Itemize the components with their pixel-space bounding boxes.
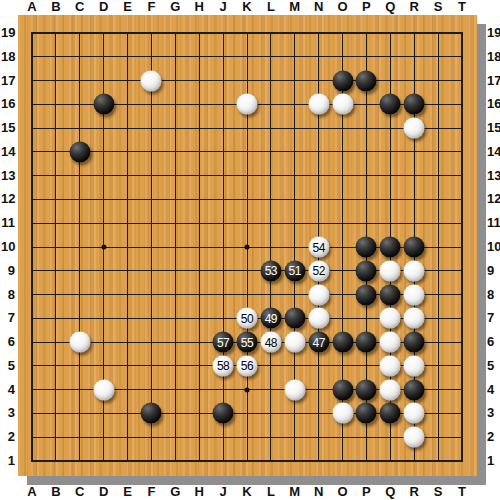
coord-label-top-P: P	[356, 0, 376, 14]
stone-black-R6[interactable]	[404, 332, 425, 353]
coord-label-bottom-S: S	[428, 485, 448, 499]
move-number-label: 51	[289, 265, 301, 277]
stone-black-O6[interactable]	[332, 332, 353, 353]
coord-label-left-13: 13	[1, 169, 15, 183]
coord-label-left-8: 8	[1, 288, 15, 302]
stone-white-Q4[interactable]	[380, 379, 401, 400]
coord-label-left-10: 10	[1, 240, 15, 254]
stone-white-R8[interactable]	[404, 284, 425, 305]
stone-white-D4[interactable]	[93, 379, 114, 400]
move-number-label: 57	[217, 336, 229, 348]
coord-label-right-17: 17	[487, 74, 500, 88]
coord-label-right-13: 13	[487, 169, 500, 183]
stone-white-K5[interactable]: 56	[237, 355, 258, 376]
stone-white-Q6[interactable]	[380, 332, 401, 353]
star-point-K4	[245, 387, 250, 392]
coord-label-right-11: 11	[487, 216, 500, 230]
stone-black-F3[interactable]	[141, 403, 162, 424]
coord-label-left-16: 16	[1, 97, 15, 111]
stone-white-N10[interactable]: 54	[308, 237, 329, 258]
coord-label-top-B: B	[46, 0, 66, 14]
grid-line-vertical	[461, 32, 463, 462]
stone-white-C6[interactable]	[69, 332, 90, 353]
move-number-label: 53	[265, 265, 277, 277]
coord-label-bottom-N: N	[309, 485, 329, 499]
stone-black-P10[interactable]	[356, 237, 377, 258]
stone-black-P3[interactable]	[356, 403, 377, 424]
stone-white-R15[interactable]	[404, 118, 425, 139]
coord-label-left-4: 4	[1, 383, 15, 397]
coord-label-right-18: 18	[487, 50, 500, 64]
stone-black-C14[interactable]	[69, 141, 90, 162]
coord-label-right-9: 9	[487, 264, 500, 278]
stone-black-P17[interactable]	[356, 70, 377, 91]
stone-black-D16[interactable]	[93, 94, 114, 115]
coord-label-bottom-C: C	[70, 485, 90, 499]
coord-label-right-14: 14	[487, 145, 500, 159]
coord-label-right-8: 8	[487, 288, 500, 302]
coord-label-bottom-A: A	[22, 485, 42, 499]
coord-label-top-K: K	[237, 0, 257, 14]
coord-label-right-6: 6	[487, 335, 500, 349]
stone-black-Q16[interactable]	[380, 94, 401, 115]
stone-white-M6[interactable]	[284, 332, 305, 353]
stone-white-Q9[interactable]	[380, 260, 401, 281]
stone-black-Q3[interactable]	[380, 403, 401, 424]
stone-white-O3[interactable]	[332, 403, 353, 424]
coord-label-left-18: 18	[1, 50, 15, 64]
stone-white-N9[interactable]: 52	[308, 260, 329, 281]
stone-white-Q5[interactable]	[380, 355, 401, 376]
stone-black-P4[interactable]	[356, 379, 377, 400]
coord-label-top-D: D	[94, 0, 114, 14]
stone-white-R2[interactable]	[404, 427, 425, 448]
stone-black-O17[interactable]	[332, 70, 353, 91]
move-number-label: 52	[312, 265, 324, 277]
coord-label-bottom-L: L	[261, 485, 281, 499]
stone-black-R10[interactable]	[404, 237, 425, 258]
coord-label-right-2: 2	[487, 430, 500, 444]
coord-label-left-1: 1	[1, 454, 15, 468]
coord-label-left-15: 15	[1, 121, 15, 135]
coord-label-bottom-M: M	[285, 485, 305, 499]
stone-white-N16[interactable]	[308, 94, 329, 115]
coord-label-bottom-O: O	[333, 485, 353, 499]
coord-label-right-16: 16	[487, 97, 500, 111]
go-diagram: 535149575547545250485856 AABBCCDDEEFFGGH…	[0, 0, 500, 500]
coord-label-right-7: 7	[487, 311, 500, 325]
coord-label-top-A: A	[22, 0, 42, 14]
stone-black-P8[interactable]	[356, 284, 377, 305]
coord-label-top-J: J	[213, 0, 233, 14]
coord-label-top-R: R	[404, 0, 424, 14]
stone-white-R3[interactable]	[404, 403, 425, 424]
coord-label-bottom-Q: Q	[380, 485, 400, 499]
grid-line-horizontal	[31, 437, 463, 438]
stone-black-P9[interactable]	[356, 260, 377, 281]
stone-white-J5[interactable]: 58	[213, 355, 234, 376]
stone-black-R16[interactable]	[404, 94, 425, 115]
stone-black-P6[interactable]	[356, 332, 377, 353]
stone-white-K7[interactable]: 50	[237, 308, 258, 329]
coord-label-top-L: L	[261, 0, 281, 14]
stone-black-O4[interactable]	[332, 379, 353, 400]
coord-label-top-M: M	[285, 0, 305, 14]
stone-white-F17[interactable]	[141, 70, 162, 91]
move-number-label: 48	[265, 336, 277, 348]
coord-label-bottom-J: J	[213, 485, 233, 499]
coord-label-left-5: 5	[1, 359, 15, 373]
stone-black-J3[interactable]	[213, 403, 234, 424]
stone-white-Q7[interactable]	[380, 308, 401, 329]
stone-white-O16[interactable]	[332, 94, 353, 115]
stone-white-N8[interactable]	[308, 284, 329, 305]
goban[interactable]: 535149575547545250485856	[18, 15, 477, 476]
coord-label-top-Q: Q	[380, 0, 400, 14]
stone-black-K6[interactable]: 55	[237, 332, 258, 353]
stone-black-J6[interactable]: 57	[213, 332, 234, 353]
coord-label-bottom-G: G	[165, 485, 185, 499]
move-number-label: 49	[265, 312, 277, 324]
stone-white-K16[interactable]	[237, 94, 258, 115]
stone-black-L7[interactable]: 49	[260, 308, 281, 329]
move-number-label: 54	[312, 241, 324, 253]
stone-white-M4[interactable]	[284, 379, 305, 400]
move-number-label: 50	[241, 312, 253, 324]
coord-label-right-19: 19	[487, 26, 500, 40]
stone-white-L6[interactable]: 48	[260, 332, 281, 353]
stone-black-L9[interactable]: 53	[260, 260, 281, 281]
coord-label-bottom-E: E	[118, 485, 138, 499]
grid-line-vertical	[438, 32, 439, 462]
coord-label-top-E: E	[118, 0, 138, 14]
coord-label-left-17: 17	[1, 74, 15, 88]
coord-label-bottom-R: R	[404, 485, 424, 499]
grid-line-horizontal	[31, 460, 463, 462]
stone-white-R7[interactable]	[404, 308, 425, 329]
coord-label-left-3: 3	[1, 406, 15, 420]
coord-label-right-10: 10	[487, 240, 500, 254]
stone-white-R5[interactable]	[404, 355, 425, 376]
coord-label-right-4: 4	[487, 383, 500, 397]
coord-label-bottom-B: B	[46, 485, 66, 499]
coord-label-right-3: 3	[487, 406, 500, 420]
move-number-label: 55	[241, 336, 253, 348]
coord-label-top-C: C	[70, 0, 90, 14]
coord-label-left-2: 2	[1, 430, 15, 444]
coord-label-right-15: 15	[487, 121, 500, 135]
move-number-label: 47	[312, 336, 324, 348]
coord-label-left-7: 7	[1, 311, 15, 325]
coord-label-left-11: 11	[1, 216, 15, 230]
coord-label-left-9: 9	[1, 264, 15, 278]
coord-label-left-6: 6	[1, 335, 15, 349]
grid-line-vertical	[270, 32, 271, 462]
coord-label-left-19: 19	[1, 26, 15, 40]
coord-label-bottom-K: K	[237, 485, 257, 499]
coord-label-bottom-F: F	[141, 485, 161, 499]
coord-label-right-12: 12	[487, 192, 500, 206]
coord-label-top-H: H	[189, 0, 209, 14]
stone-white-R9[interactable]	[404, 260, 425, 281]
coord-label-left-14: 14	[1, 145, 15, 159]
star-point-K10	[245, 245, 250, 250]
coord-label-top-S: S	[428, 0, 448, 14]
coord-label-top-T: T	[452, 0, 472, 14]
stone-black-M7[interactable]	[284, 308, 305, 329]
stone-black-R4[interactable]	[404, 379, 425, 400]
coord-label-bottom-D: D	[94, 485, 114, 499]
star-point-D10	[101, 245, 106, 250]
coord-label-bottom-T: T	[452, 485, 472, 499]
move-number-label: 58	[217, 360, 229, 372]
stone-white-N7[interactable]	[308, 308, 329, 329]
stone-black-M9[interactable]: 51	[284, 260, 305, 281]
coord-label-bottom-H: H	[189, 485, 209, 499]
coord-label-bottom-P: P	[356, 485, 376, 499]
coord-label-top-O: O	[333, 0, 353, 14]
stone-black-N6[interactable]: 47	[308, 332, 329, 353]
stone-black-Q10[interactable]	[380, 237, 401, 258]
coord-label-top-F: F	[141, 0, 161, 14]
coord-label-right-1: 1	[487, 454, 500, 468]
coord-label-right-5: 5	[487, 359, 500, 373]
coord-label-top-G: G	[165, 0, 185, 14]
coord-label-top-N: N	[309, 0, 329, 14]
move-number-label: 56	[241, 360, 253, 372]
coord-label-left-12: 12	[1, 192, 15, 206]
stone-black-Q8[interactable]	[380, 284, 401, 305]
